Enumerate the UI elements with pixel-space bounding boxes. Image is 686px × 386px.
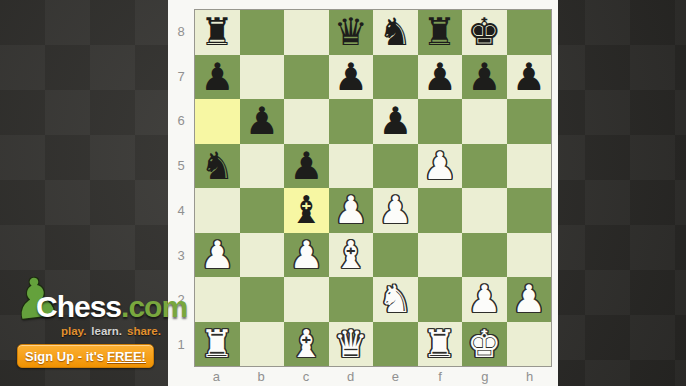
square-h4[interactable]: [507, 188, 552, 233]
chess-board: ♜♛♞♜♚♟♟♟♟♟♟♟♞♟♟♝♟♟♟♟♝♞♟♟♜♝♛♜♚: [194, 9, 552, 367]
square-c4[interactable]: ♝: [284, 188, 329, 233]
piece-white-pawn[interactable]: ♟: [467, 277, 501, 321]
piece-white-rook[interactable]: ♜: [423, 322, 457, 366]
square-d8[interactable]: ♛: [329, 10, 374, 55]
file-label-f: f: [418, 367, 463, 385]
square-h6[interactable]: [507, 99, 552, 144]
square-g5[interactable]: [462, 144, 507, 189]
square-c1[interactable]: ♝: [284, 322, 329, 367]
square-c8[interactable]: [284, 10, 329, 55]
piece-white-bishop[interactable]: ♝: [334, 233, 368, 277]
square-g7[interactable]: ♟: [462, 55, 507, 100]
sign-up-button[interactable]: Sign Up - it's FREE!: [17, 344, 154, 368]
file-label-d: d: [328, 367, 373, 385]
square-a5[interactable]: ♞: [195, 144, 240, 189]
piece-white-bishop[interactable]: ♝: [289, 322, 323, 366]
file-label-a: a: [194, 367, 239, 385]
rank-label-4: 4: [168, 188, 194, 233]
piece-black-pawn[interactable]: ♟: [245, 99, 279, 143]
square-e6[interactable]: ♟: [373, 99, 418, 144]
square-e8[interactable]: ♞: [373, 10, 418, 55]
square-d5[interactable]: [329, 144, 374, 189]
brand-com-text: .com: [121, 290, 187, 323]
square-b1[interactable]: [240, 322, 285, 367]
chesscom-wordmark: Chess.com: [36, 290, 187, 324]
square-b5[interactable]: [240, 144, 285, 189]
square-f2[interactable]: [418, 277, 463, 322]
square-g4[interactable]: [462, 188, 507, 233]
square-a1[interactable]: ♜: [195, 322, 240, 367]
square-e1[interactable]: [373, 322, 418, 367]
rank-label-3: 3: [168, 233, 194, 278]
square-g2[interactable]: ♟: [462, 277, 507, 322]
square-g3[interactable]: [462, 233, 507, 278]
piece-black-pawn[interactable]: ♟: [334, 55, 368, 99]
rank-label-1: 1: [168, 322, 194, 367]
piece-white-queen[interactable]: ♛: [334, 322, 368, 366]
brand-chess-text: Chess: [36, 290, 121, 323]
file-label-g: g: [463, 367, 508, 385]
sign-up-label: Sign Up - it's: [25, 349, 104, 364]
square-a6[interactable]: [195, 99, 240, 144]
board-panel: 87654321 ♜♛♞♜♚♟♟♟♟♟♟♟♞♟♟♝♟♟♟♟♝♞♟♟♜♝♛♜♚ a…: [168, 0, 558, 386]
sign-up-free-label: FREE!: [107, 349, 146, 364]
square-d7[interactable]: ♟: [329, 55, 374, 100]
square-d4[interactable]: ♟: [329, 188, 374, 233]
tagline-play: play.: [61, 325, 86, 337]
square-b3[interactable]: [240, 233, 285, 278]
square-g1[interactable]: ♚: [462, 322, 507, 367]
square-c3[interactable]: ♟: [284, 233, 329, 278]
square-b7[interactable]: [240, 55, 285, 100]
file-label-c: c: [284, 367, 329, 385]
piece-white-pawn[interactable]: ♟: [423, 144, 457, 188]
piece-black-bishop[interactable]: ♝: [289, 188, 323, 232]
rank-label-7: 7: [168, 54, 194, 99]
file-labels: abcdefgh: [194, 367, 552, 385]
square-c2[interactable]: [284, 277, 329, 322]
piece-white-pawn[interactable]: ♟: [200, 233, 234, 277]
square-b6[interactable]: ♟: [240, 99, 285, 144]
piece-black-knight[interactable]: ♞: [200, 144, 234, 188]
piece-black-rook[interactable]: ♜: [200, 10, 234, 54]
page-background: { "game": "chess", "position": { "fen": …: [0, 0, 686, 386]
tagline-learn: learn.: [91, 325, 122, 337]
square-h1[interactable]: [507, 322, 552, 367]
square-e3[interactable]: [373, 233, 418, 278]
square-h7[interactable]: ♟: [507, 55, 552, 100]
square-f4[interactable]: [418, 188, 463, 233]
file-label-e: e: [373, 367, 418, 385]
square-d2[interactable]: [329, 277, 374, 322]
piece-black-knight[interactable]: ♞: [378, 10, 412, 54]
square-h3[interactable]: [507, 233, 552, 278]
piece-white-pawn[interactable]: ♟: [289, 233, 323, 277]
file-label-h: h: [507, 367, 552, 385]
square-c6[interactable]: [284, 99, 329, 144]
rank-label-8: 8: [168, 9, 194, 54]
piece-white-pawn[interactable]: ♟: [334, 188, 368, 232]
square-f7[interactable]: ♟: [418, 55, 463, 100]
square-d6[interactable]: [329, 99, 374, 144]
piece-white-knight[interactable]: ♞: [378, 277, 412, 321]
square-a7[interactable]: ♟: [195, 55, 240, 100]
square-a3[interactable]: ♟: [195, 233, 240, 278]
square-b2[interactable]: [240, 277, 285, 322]
piece-black-queen[interactable]: ♛: [334, 10, 368, 54]
square-b8[interactable]: [240, 10, 285, 55]
square-f6[interactable]: [418, 99, 463, 144]
square-a2[interactable]: [195, 277, 240, 322]
square-c7[interactable]: [284, 55, 329, 100]
square-b4[interactable]: [240, 188, 285, 233]
piece-white-rook[interactable]: ♜: [200, 322, 234, 366]
square-a4[interactable]: [195, 188, 240, 233]
square-h8[interactable]: [507, 10, 552, 55]
square-e4[interactable]: ♟: [373, 188, 418, 233]
rank-label-5: 5: [168, 143, 194, 188]
square-f1[interactable]: ♜: [418, 322, 463, 367]
piece-black-rook[interactable]: ♜: [423, 10, 457, 54]
piece-white-pawn[interactable]: ♟: [378, 188, 412, 232]
square-c5[interactable]: ♟: [284, 144, 329, 189]
square-e7[interactable]: [373, 55, 418, 100]
piece-white-king[interactable]: ♚: [467, 322, 501, 366]
file-label-b: b: [239, 367, 284, 385]
square-f5[interactable]: ♟: [418, 144, 463, 189]
piece-black-pawn[interactable]: ♟: [200, 55, 234, 99]
square-g8[interactable]: ♚: [462, 10, 507, 55]
square-a8[interactable]: ♜: [195, 10, 240, 55]
square-d1[interactable]: ♛: [329, 322, 374, 367]
rank-label-6: 6: [168, 99, 194, 144]
piece-black-pawn[interactable]: ♟: [378, 99, 412, 143]
piece-black-pawn[interactable]: ♟: [467, 55, 501, 99]
square-f3[interactable]: [418, 233, 463, 278]
square-g6[interactable]: [462, 99, 507, 144]
piece-black-pawn[interactable]: ♟: [512, 55, 546, 99]
square-h5[interactable]: [507, 144, 552, 189]
tagline-share: share.: [127, 325, 161, 337]
square-e2[interactable]: ♞: [373, 277, 418, 322]
square-h2[interactable]: ♟: [507, 277, 552, 322]
piece-black-pawn[interactable]: ♟: [423, 55, 457, 99]
square-f8[interactable]: ♜: [418, 10, 463, 55]
square-d3[interactable]: ♝: [329, 233, 374, 278]
piece-black-king[interactable]: ♚: [467, 10, 501, 54]
brand-tagline: play.learn.share.: [61, 325, 166, 337]
square-e5[interactable]: [373, 144, 418, 189]
piece-black-pawn[interactable]: ♟: [289, 144, 323, 188]
piece-white-pawn[interactable]: ♟: [512, 277, 546, 321]
